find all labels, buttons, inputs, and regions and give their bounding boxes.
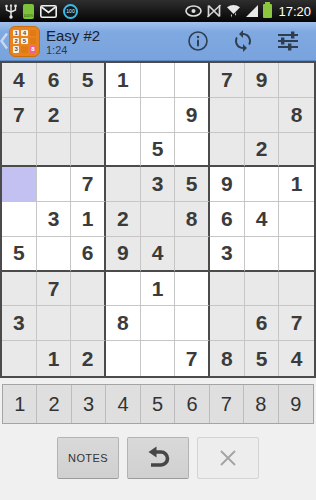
cell-r8c2[interactable] [37, 306, 72, 341]
cell-r2c6[interactable]: 9 [175, 98, 210, 133]
restart-button[interactable] [220, 22, 265, 60]
cell-r1c6[interactable] [175, 63, 210, 98]
cell-r3c3[interactable] [71, 133, 106, 168]
numpad-key-9[interactable]: 9 [279, 385, 313, 423]
undo-button[interactable] [127, 437, 189, 479]
cell-r3c4[interactable] [106, 133, 141, 168]
cell-r2c7[interactable] [210, 98, 245, 133]
battery-percent-icon: 100 [63, 4, 78, 19]
status-icons-left: 100% 100 [5, 3, 78, 19]
cell-r2c4[interactable] [106, 98, 141, 133]
cell-r4c5[interactable]: 3 [141, 167, 176, 202]
undo-icon [140, 440, 176, 476]
cell-r9c3[interactable]: 2 [71, 341, 106, 376]
cell-r5c8[interactable]: 4 [245, 202, 280, 237]
cell-r8c9[interactable]: 7 [279, 306, 314, 341]
cell-r4c4[interactable] [106, 167, 141, 202]
title-bar: 142538 Easy #2 1:24 [0, 22, 316, 61]
cell-r3c1[interactable] [2, 133, 37, 168]
app-icon[interactable]: 142538 [9, 26, 40, 57]
cell-r5c6[interactable]: 8 [175, 202, 210, 237]
cell-r8c3[interactable] [71, 306, 106, 341]
cell-r4c2[interactable] [37, 167, 72, 202]
app-icon-cell [21, 46, 27, 52]
cell-r7c2[interactable]: 7 [37, 272, 72, 307]
cell-r7c9[interactable] [279, 272, 314, 307]
signal-strength-icon [245, 4, 259, 18]
cell-r4c6[interactable]: 5 [175, 167, 210, 202]
cell-r3c9[interactable] [279, 133, 314, 168]
cell-r5c1[interactable] [2, 202, 37, 237]
numpad-key-4[interactable]: 4 [106, 385, 140, 423]
cell-r2c3[interactable] [71, 98, 106, 133]
app-icon-cell: 3 [13, 46, 19, 52]
cell-r7c3[interactable] [71, 272, 106, 307]
cell-r3c5[interactable]: 5 [141, 133, 176, 168]
app-icon-cell [30, 30, 36, 36]
cell-r1c1[interactable]: 4 [2, 63, 37, 98]
settings-button[interactable] [265, 22, 310, 60]
cell-r5c4[interactable]: 2 [106, 202, 141, 237]
info-button[interactable] [175, 22, 220, 60]
cell-r2c2[interactable]: 2 [37, 98, 72, 133]
cell-r1c7[interactable]: 7 [210, 63, 245, 98]
cell-r9c4[interactable] [106, 341, 141, 376]
cell-r7c7[interactable] [210, 272, 245, 307]
app-icon-cell: 5 [21, 38, 27, 44]
cell-r7c1[interactable] [2, 272, 37, 307]
numpad-key-8[interactable]: 8 [244, 385, 278, 423]
cell-r6c6[interactable] [175, 237, 210, 272]
cell-r5c2[interactable]: 3 [37, 202, 72, 237]
cell-r6c7[interactable]: 3 [210, 237, 245, 272]
cell-r1c3[interactable]: 5 [71, 63, 106, 98]
numpad-key-7[interactable]: 7 [210, 385, 244, 423]
cell-r9c5[interactable] [141, 341, 176, 376]
cell-r6c3[interactable]: 6 [71, 237, 106, 272]
cell-r3c6[interactable] [175, 133, 210, 168]
cell-r4c7[interactable]: 9 [210, 167, 245, 202]
clock: 17:20 [276, 4, 311, 19]
cell-r9c2[interactable]: 1 [37, 341, 72, 376]
cell-r1c9[interactable] [279, 63, 314, 98]
cell-r3c7[interactable] [210, 133, 245, 168]
cell-r8c8[interactable]: 6 [245, 306, 280, 341]
tune-sliders-icon [276, 29, 300, 53]
cell-r8c5[interactable] [141, 306, 176, 341]
notes-button-label: NOTES [68, 452, 108, 464]
cell-r8c1[interactable]: 3 [2, 306, 37, 341]
app-icon-cell: 1 [13, 30, 19, 36]
cell-r4c1[interactable] [2, 167, 37, 202]
cell-r5c7[interactable]: 6 [210, 202, 245, 237]
nfc-disabled-icon [206, 4, 222, 18]
app-icon-cell [30, 38, 36, 44]
cell-r9c1[interactable] [2, 341, 37, 376]
action-buttons: NOTES [0, 437, 316, 479]
battery-percent-label: 100 [66, 8, 74, 14]
cell-r7c6[interactable] [175, 272, 210, 307]
cell-r6c9[interactable] [279, 237, 314, 272]
refresh-icon [231, 29, 255, 53]
cell-r1c2[interactable]: 6 [37, 63, 72, 98]
cell-r6c4[interactable]: 9 [106, 237, 141, 272]
usb-icon [5, 3, 17, 19]
app-icon-cell: 4 [21, 30, 27, 36]
status-icons-right: 17:20 [185, 4, 311, 19]
cell-r2c5[interactable] [141, 98, 176, 133]
battery-icon [263, 4, 272, 18]
cell-r7c5[interactable]: 1 [141, 272, 176, 307]
battery-app-label: 100% [23, 13, 33, 19]
app-icon-cell: 8 [30, 46, 36, 52]
cell-r1c5[interactable] [141, 63, 176, 98]
back-chevron-icon[interactable] [0, 22, 9, 61]
page-title: Easy #2 [46, 27, 100, 44]
cell-r5c5[interactable] [141, 202, 176, 237]
notes-button[interactable]: NOTES [57, 437, 119, 479]
sudoku-board: 4651797298527359131286456943713867127854 [0, 61, 316, 378]
cell-r1c8[interactable]: 9 [245, 63, 280, 98]
cell-r6c8[interactable] [245, 237, 280, 272]
cell-r8c4[interactable]: 8 [106, 306, 141, 341]
cell-r6c1[interactable]: 5 [2, 237, 37, 272]
cell-r8c6[interactable] [175, 306, 210, 341]
info-icon [187, 30, 209, 52]
cell-r4c3[interactable]: 7 [71, 167, 106, 202]
cell-r7c4[interactable] [106, 272, 141, 307]
cell-r9c8[interactable]: 5 [245, 341, 280, 376]
cell-r7c8[interactable] [245, 272, 280, 307]
wifi-icon [226, 4, 241, 18]
cell-r5c3[interactable]: 1 [71, 202, 106, 237]
game-timer: 1:24 [46, 44, 100, 56]
numpad-key-6[interactable]: 6 [175, 385, 209, 423]
delete-button[interactable] [197, 437, 259, 479]
cell-r4c9[interactable]: 1 [279, 167, 314, 202]
app-icon-cell: 2 [13, 38, 19, 44]
cell-r3c2[interactable] [37, 133, 72, 168]
cell-r9c9[interactable]: 4 [279, 341, 314, 376]
cell-r6c2[interactable] [37, 237, 72, 272]
eye-icon [185, 5, 202, 17]
cell-r9c7[interactable]: 8 [210, 341, 245, 376]
delete-x-icon [218, 448, 238, 468]
status-bar: 100% 100 17:20 [0, 0, 316, 22]
numpad-key-1[interactable]: 1 [3, 385, 37, 423]
battery-app-icon: 100% [23, 4, 34, 19]
title-actions [175, 22, 310, 60]
cell-r9c6[interactable]: 7 [175, 341, 210, 376]
cell-r2c8[interactable] [245, 98, 280, 133]
numpad-key-2[interactable]: 2 [37, 385, 71, 423]
cell-r3c8[interactable]: 2 [245, 133, 280, 168]
cell-r4c8[interactable] [245, 167, 280, 202]
cell-r2c1[interactable]: 7 [2, 98, 37, 133]
cell-r8c7[interactable] [210, 306, 245, 341]
cell-r2c9[interactable]: 8 [279, 98, 314, 133]
cell-r6c5[interactable]: 4 [141, 237, 176, 272]
gmail-icon [40, 5, 57, 18]
cell-r1c4[interactable]: 1 [106, 63, 141, 98]
number-pad: 123456789 [2, 384, 314, 424]
title-block: Easy #2 1:24 [46, 27, 100, 56]
numpad-key-5[interactable]: 5 [141, 385, 175, 423]
numpad-key-3[interactable]: 3 [72, 385, 106, 423]
cell-r5c9[interactable] [279, 202, 314, 237]
